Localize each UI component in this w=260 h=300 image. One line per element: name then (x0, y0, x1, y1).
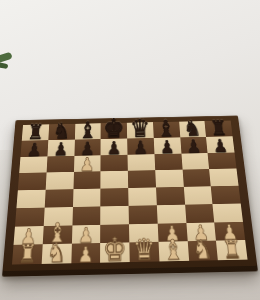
square-c5[interactable] (73, 172, 101, 190)
square-h6[interactable] (208, 152, 237, 169)
square-e6[interactable] (127, 154, 155, 171)
square-d7[interactable]: ♟ (101, 138, 128, 155)
square-h1[interactable]: ♜ (216, 240, 247, 260)
square-d1[interactable]: ♚ (100, 243, 129, 263)
square-f6[interactable] (154, 153, 182, 170)
square-b6[interactable] (46, 155, 74, 172)
square-a7[interactable]: ♟ (21, 140, 49, 157)
square-g6[interactable] (181, 153, 209, 170)
square-b1[interactable]: ♞ (41, 244, 71, 264)
square-e1[interactable]: ♛ (129, 242, 159, 262)
piece-white-rook[interactable]: ♜ (221, 237, 242, 263)
square-e5[interactable] (128, 170, 156, 188)
chess-board-perspective-wrap: ♜♞♝♚♛♝♞♜♟♟♟♟♟♟♟♟♟♟♝♟♟♟♟♜♞♟♚♛♝♞♜ (2, 115, 258, 276)
board-frame: ♜♞♝♚♛♝♞♜♟♟♟♟♟♟♟♟♟♟♝♟♟♟♟♜♞♟♚♛♝♞♜ (2, 115, 258, 276)
square-b7[interactable]: ♟ (47, 139, 74, 156)
square-d4[interactable] (101, 188, 129, 206)
square-f4[interactable] (156, 187, 185, 205)
square-a1[interactable]: ♜ (12, 244, 42, 264)
square-c4[interactable] (73, 189, 101, 207)
square-c1[interactable]: ♟ (71, 243, 101, 263)
piece-white-pawn[interactable]: ♟ (78, 244, 94, 266)
square-b4[interactable] (44, 189, 73, 207)
square-d5[interactable] (101, 171, 129, 189)
square-h4[interactable] (211, 186, 241, 204)
square-g5[interactable] (182, 169, 211, 187)
square-a5[interactable] (18, 173, 47, 191)
square-g4[interactable] (183, 186, 212, 204)
square-e7[interactable]: ♟ (127, 138, 154, 155)
square-f7[interactable]: ♟ (154, 137, 181, 154)
square-h5[interactable] (209, 169, 238, 187)
square-g1[interactable]: ♞ (187, 241, 218, 261)
chess-board[interactable]: ♜♞♝♚♛♝♞♜♟♟♟♟♟♟♟♟♟♟♝♟♟♟♟♜♞♟♚♛♝♞♜ (12, 121, 248, 265)
square-d3[interactable] (100, 206, 128, 225)
photo-scene: ♜♞♝♚♛♝♞♜♟♟♟♟♟♟♟♟♟♟♝♟♟♟♟♜♞♟♚♛♝♞♜ (0, 0, 260, 300)
piece-white-rook[interactable]: ♜ (17, 241, 37, 267)
square-c6[interactable]: ♟ (74, 155, 101, 172)
piece-white-queen[interactable]: ♛ (133, 234, 156, 264)
piece-white-knight[interactable]: ♞ (192, 237, 214, 264)
square-e3[interactable] (129, 205, 158, 224)
square-b5[interactable] (45, 172, 73, 190)
piece-white-bishop[interactable]: ♝ (162, 236, 184, 264)
square-d6[interactable] (101, 154, 128, 171)
square-g7[interactable]: ♟ (180, 137, 208, 154)
square-e4[interactable] (128, 187, 156, 205)
piece-white-knight[interactable]: ♞ (46, 240, 66, 267)
square-f1[interactable]: ♝ (158, 241, 188, 261)
square-a6[interactable] (19, 156, 47, 173)
square-f5[interactable] (155, 170, 183, 188)
square-a4[interactable] (16, 190, 45, 208)
square-h7[interactable]: ♟ (206, 136, 234, 153)
piece-white-king[interactable]: ♚ (103, 233, 127, 266)
